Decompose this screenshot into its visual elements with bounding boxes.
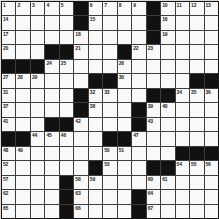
black-cell [161,161,174,174]
clue-number: 20 [3,45,8,51]
grid-cell[interactable] [31,89,44,102]
grid-cell[interactable] [31,118,44,131]
clue-number: 36 [206,89,211,95]
black-cell [147,16,160,29]
grid-cell[interactable] [45,16,58,29]
clue-number: 39 [148,103,153,109]
grid-cell[interactable]: 3 [31,2,44,15]
grid-cell[interactable] [176,132,189,145]
grid-cell[interactable]: 4 [45,2,58,15]
grid-cell[interactable] [118,16,131,29]
grid-cell[interactable] [31,16,44,29]
clue-number: 21 [75,45,80,51]
grid-cell[interactable] [205,118,218,131]
grid-cell[interactable] [176,103,189,116]
grid-cell[interactable] [190,132,203,145]
grid-cell[interactable] [176,74,189,87]
clue-number: 42 [75,118,80,124]
clue-number: 15 [90,16,95,22]
clue-number: 51 [119,147,124,153]
grid-cell[interactable]: 1 [2,2,15,15]
black-cell [147,89,160,102]
black-cell [132,103,145,116]
grid-cell[interactable]: 16 [161,16,174,29]
grid-cell[interactable] [74,74,87,87]
clue-number: 50 [104,147,109,153]
grid-cell[interactable]: 46 [60,132,73,145]
grid-cell[interactable] [74,161,87,174]
clue-number: 8 [119,2,122,8]
grid-cell[interactable]: 15 [89,16,102,29]
grid-cell[interactable]: 34 [176,89,189,102]
clue-number: 9 [133,2,136,8]
clue-number: 28 [17,74,22,80]
black-cell [103,132,116,145]
grid-cell[interactable] [16,103,29,116]
clue-number: 43 [148,118,153,124]
clue-number: 10 [162,2,167,8]
grid-cell[interactable] [161,118,174,131]
grid-cell[interactable] [45,89,58,102]
clue-number: 46 [61,132,66,138]
grid-cell[interactable] [103,118,116,131]
clue-number: 53 [104,161,109,167]
grid-cell[interactable] [176,16,189,29]
grid-cell[interactable] [60,74,73,87]
grid-cell[interactable] [45,147,58,160]
grid-cell[interactable] [132,176,145,189]
grid-cell[interactable] [118,176,131,189]
grid-cell[interactable]: 19 [161,31,174,44]
black-cell [60,118,73,131]
clue-number: 65 [3,205,8,211]
clue-number: 12 [191,2,196,8]
grid-cell[interactable]: 28 [16,74,29,87]
grid-cell[interactable] [176,118,189,131]
grid-cell[interactable] [176,45,189,58]
clue-number: 17 [3,31,8,37]
grid-cell[interactable]: 20 [2,45,15,58]
clue-number: 40 [162,103,167,109]
grid-cell[interactable] [132,31,145,44]
grid-cell[interactable] [103,45,116,58]
black-cell [89,161,102,174]
clue-number: 35 [191,89,196,95]
clue-number: 13 [206,2,211,8]
black-cell [60,176,73,189]
grid-cell[interactable] [161,132,174,145]
black-cell [16,60,29,73]
grid-cell[interactable]: 27 [2,74,15,87]
grid-cell[interactable] [118,118,131,131]
grid-cell[interactable] [103,190,116,203]
black-cell [45,45,58,58]
grid-cell[interactable] [60,147,73,160]
grid-cell[interactable] [147,74,160,87]
clue-number: 30 [119,74,124,80]
grid-cell[interactable]: 35 [190,89,203,102]
grid-cell[interactable] [190,103,203,116]
grid-cell[interactable]: 65 [2,205,15,218]
clue-number: 54 [177,161,182,167]
grid-cell[interactable] [31,31,44,44]
grid-cell[interactable] [118,190,131,203]
grid-cell[interactable] [205,176,218,189]
grid-cell[interactable] [205,16,218,29]
black-cell [16,132,29,145]
grid-cell[interactable]: 52 [2,161,15,174]
grid-cell[interactable] [45,103,58,116]
grid-cell[interactable] [74,60,87,73]
grid-cell[interactable] [31,176,44,189]
grid-cell[interactable] [205,205,218,218]
grid-cell[interactable] [89,31,102,44]
grid-cell[interactable]: 38 [89,103,102,116]
grid-cell[interactable] [132,161,145,174]
grid-cell[interactable]: 7 [103,2,116,15]
clue-number: 6 [90,2,93,8]
clue-number: 1 [3,2,6,8]
clue-number: 55 [191,161,196,167]
grid-cell[interactable] [31,205,44,218]
grid-cell[interactable] [60,161,73,174]
clue-number: 67 [148,205,153,211]
clue-number: 41 [3,118,8,124]
grid-cell[interactable] [103,205,116,218]
clue-number: 61 [162,176,167,182]
grid-cell[interactable] [205,132,218,145]
clue-number: 37 [3,103,8,109]
grid-cell[interactable]: 17 [2,31,15,44]
grid-cell[interactable] [176,190,189,203]
grid-cell[interactable]: 37 [2,103,15,116]
grid-cell[interactable] [60,103,73,116]
clue-number: 49 [17,147,22,153]
clue-number: 31 [3,89,8,95]
grid-cell[interactable] [161,205,174,218]
grid-cell[interactable] [45,176,58,189]
grid-cell[interactable] [161,147,174,160]
clue-number: 29 [32,74,37,80]
grid-cell[interactable] [132,74,145,87]
black-cell [205,74,218,87]
grid-cell[interactable]: 67 [147,205,160,218]
grid-cell[interactable] [16,176,29,189]
grid-cell[interactable] [31,147,44,160]
black-cell [45,118,58,131]
grid-cell[interactable] [190,16,203,29]
grid-cell[interactable]: 57 [2,176,15,189]
black-cell [161,89,174,102]
grid-cell[interactable] [205,103,218,116]
clue-number: 32 [90,89,95,95]
grid-cell[interactable] [176,205,189,218]
clue-number: 2 [17,2,20,8]
page-background: 1234567891011121314151617181920212223242… [0,0,219,219]
grid-cell[interactable] [190,31,203,44]
grid-cell[interactable] [16,190,29,203]
grid-cell[interactable]: 9 [132,2,145,15]
grid-cell[interactable] [89,132,102,145]
grid-cell[interactable] [118,161,131,174]
grid-cell[interactable] [118,205,131,218]
grid-cell[interactable]: 13 [205,2,218,15]
grid-cell[interactable]: 24 [45,60,58,73]
clue-number: 16 [162,16,167,22]
clue-number: 66 [75,205,80,211]
grid-cell[interactable] [16,89,29,102]
grid-cell[interactable] [31,161,44,174]
clue-number: 64 [148,190,153,196]
black-cell [132,118,145,131]
grid-cell[interactable]: 54 [176,161,189,174]
clue-number: 45 [46,132,51,138]
grid-cell[interactable]: 22 [132,45,145,58]
grid-cell[interactable] [147,132,160,145]
grid-cell[interactable]: 21 [74,45,87,58]
grid-cell[interactable] [45,161,58,174]
grid-cell[interactable]: 49 [16,147,29,160]
clue-number: 60 [148,176,153,182]
grid-cell[interactable] [60,16,73,29]
clue-number: 62 [3,190,8,196]
grid-cell[interactable] [176,31,189,44]
black-cell [118,132,131,145]
black-cell [74,103,87,116]
black-cell [205,147,218,160]
grid-cell[interactable]: 39 [147,103,160,116]
grid-cell[interactable] [103,60,116,73]
black-cell [147,31,160,44]
clue-number: 58 [75,176,80,182]
grid-cell[interactable]: 43 [147,118,160,131]
clue-number: 26 [119,60,124,66]
grid-cell[interactable] [103,103,116,116]
grid-cell[interactable]: 31 [2,89,15,102]
grid-cell[interactable] [45,74,58,87]
grid-cell[interactable] [89,205,102,218]
black-cell [103,74,116,87]
grid-cell[interactable]: 12 [190,2,203,15]
black-cell [147,2,160,15]
grid-cell[interactable] [205,190,218,203]
grid-cell[interactable]: 41 [2,118,15,131]
clue-number: 57 [3,176,8,182]
grid-cell[interactable]: 48 [2,147,15,160]
grid-cell[interactable]: 63 [74,190,87,203]
grid-cell[interactable] [190,176,203,189]
clue-number: 38 [90,103,95,109]
clue-number: 11 [177,2,182,8]
grid-cell[interactable]: 50 [103,147,116,160]
grid-cell[interactable] [16,31,29,44]
grid-cell[interactable] [132,16,145,29]
grid-cell[interactable] [60,89,73,102]
clue-number: 47 [133,132,138,138]
grid-cell[interactable] [16,118,29,131]
grid-cell[interactable]: 42 [74,118,87,131]
black-cell [132,205,145,218]
grid-cell[interactable]: 55 [190,161,203,174]
black-cell [60,205,73,218]
grid-cell[interactable] [190,205,203,218]
grid-cell[interactable]: 32 [89,89,102,102]
grid-cell[interactable] [205,60,218,73]
grid-cell[interactable] [103,176,116,189]
clue-number: 44 [32,132,37,138]
clue-number: 48 [3,147,8,153]
grid-cell[interactable] [89,45,102,58]
black-cell [2,60,15,73]
clue-number: 59 [90,176,95,182]
grid-cell[interactable] [118,89,131,102]
clue-number: 4 [46,2,49,8]
grid-cell[interactable] [176,176,189,189]
grid-cell[interactable]: 45 [45,132,58,145]
grid-cell[interactable]: 61 [161,176,174,189]
grid-cell[interactable]: 60 [147,176,160,189]
black-cell [118,45,131,58]
grid-cell[interactable] [132,147,145,160]
grid-cell[interactable] [16,16,29,29]
grid-cell[interactable] [190,60,203,73]
grid-cell[interactable]: 47 [132,132,145,145]
grid-cell[interactable] [147,147,160,160]
black-cell [89,74,102,87]
clue-number: 25 [61,60,66,66]
grid-cell[interactable] [161,60,174,73]
clue-number: 24 [46,60,51,66]
clue-number: 52 [3,161,8,167]
black-cell [132,190,145,203]
clue-number: 23 [148,45,153,51]
grid-cell[interactable] [176,60,189,73]
grid-cell[interactable] [89,190,102,203]
clue-number: 33 [104,89,109,95]
grid-cell[interactable] [132,60,145,73]
clue-number: 22 [133,45,138,51]
grid-cell[interactable]: 62 [2,190,15,203]
grid-cell[interactable] [89,147,102,160]
grid-cell[interactable]: 11 [176,2,189,15]
grid-cell[interactable] [103,31,116,44]
grid-cell[interactable]: 51 [118,147,131,160]
black-cell [190,74,203,87]
grid-cell[interactable] [190,45,203,58]
clue-number: 63 [75,190,80,196]
clue-number: 56 [206,161,211,167]
grid-cell[interactable] [132,89,145,102]
crossword-grid: 1234567891011121314151617181920212223242… [1,1,219,219]
grid-cell[interactable] [161,74,174,87]
grid-cell[interactable]: 30 [118,74,131,87]
black-cell [190,147,203,160]
grid-cell[interactable] [118,31,131,44]
grid-cell[interactable] [45,190,58,203]
grid-cell[interactable] [161,190,174,203]
grid-cell[interactable]: 40 [161,103,174,116]
grid-cell[interactable]: 58 [74,176,87,189]
grid-cell[interactable]: 59 [89,176,102,189]
grid-cell[interactable]: 64 [147,190,160,203]
clue-number: 19 [162,31,167,37]
grid-cell[interactable]: 6 [89,2,102,15]
grid-cell[interactable] [190,118,203,131]
black-cell [60,45,73,58]
black-cell [31,60,44,73]
clue-number: 34 [177,89,182,95]
grid-cell[interactable] [74,132,87,145]
black-cell [74,2,87,15]
grid-cell[interactable]: 29 [31,74,44,87]
grid-cell[interactable]: 33 [103,89,116,102]
grid-cell[interactable] [103,16,116,29]
grid-cell[interactable] [45,31,58,44]
black-cell [60,190,73,203]
clue-number: 7 [104,2,107,8]
grid-cell[interactable]: 53 [103,161,116,174]
grid-cell[interactable] [45,205,58,218]
grid-cell[interactable] [89,60,102,73]
clue-number: 5 [61,2,64,8]
grid-cell[interactable]: 5 [60,2,73,15]
grid-cell[interactable]: 36 [205,89,218,102]
grid-cell[interactable] [16,45,29,58]
black-cell [2,132,15,145]
clue-number: 14 [3,16,8,22]
grid-cell[interactable]: 8 [118,2,131,15]
grid-cell[interactable] [31,190,44,203]
grid-cell[interactable] [31,103,44,116]
black-cell [176,147,189,160]
clue-number: 3 [32,2,35,8]
grid-cell[interactable]: 66 [74,205,87,218]
grid-cell[interactable] [16,205,29,218]
grid-cell[interactable]: 44 [31,132,44,145]
grid-cell[interactable]: 26 [118,60,131,73]
grid-cell[interactable] [74,147,87,160]
grid-cell[interactable] [205,31,218,44]
black-cell [74,16,87,29]
grid-cell[interactable]: 10 [161,2,174,15]
grid-cell[interactable]: 23 [147,45,160,58]
grid-cell[interactable]: 18 [74,31,87,44]
grid-cell[interactable]: 56 [205,161,218,174]
grid-cell[interactable] [190,190,203,203]
clue-number: 27 [3,74,8,80]
grid-cell[interactable] [161,45,174,58]
grid-cell[interactable] [118,103,131,116]
black-cell [147,161,160,174]
grid-cell[interactable] [60,31,73,44]
clue-number: 18 [75,31,80,37]
grid-cell[interactable]: 14 [2,16,15,29]
grid-cell[interactable] [16,161,29,174]
grid-cell[interactable]: 25 [60,60,73,73]
grid-cell[interactable] [205,45,218,58]
grid-cell[interactable] [89,118,102,131]
grid-cell[interactable]: 2 [16,2,29,15]
grid-cell[interactable] [147,60,160,73]
grid-cell[interactable] [31,45,44,58]
black-cell [74,89,87,102]
